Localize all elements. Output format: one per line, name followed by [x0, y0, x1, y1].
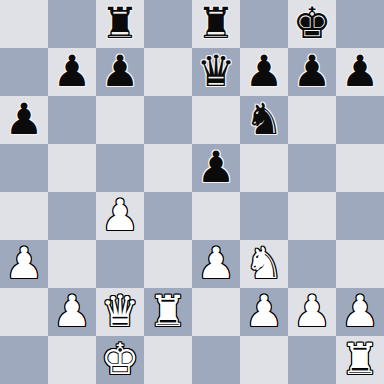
- black-pawn: ♟: [341, 48, 380, 95]
- square-f2[interactable]: ♟: [240, 288, 288, 336]
- square-d6[interactable]: [144, 96, 192, 144]
- white-king: ♚: [101, 336, 140, 383]
- white-rook: ♜: [341, 336, 380, 383]
- square-c8[interactable]: ♜: [96, 0, 144, 48]
- square-a8[interactable]: [0, 0, 48, 48]
- black-pawn: ♟: [5, 96, 44, 143]
- square-h6[interactable]: [336, 96, 384, 144]
- square-c1[interactable]: ♚: [96, 336, 144, 384]
- square-d2[interactable]: ♜: [144, 288, 192, 336]
- square-h8[interactable]: [336, 0, 384, 48]
- square-d3[interactable]: [144, 240, 192, 288]
- white-pawn: ♟: [341, 288, 380, 335]
- square-e3[interactable]: ♟: [192, 240, 240, 288]
- square-f3[interactable]: ♞: [240, 240, 288, 288]
- square-a6[interactable]: ♟: [0, 96, 48, 144]
- square-f4[interactable]: [240, 192, 288, 240]
- square-b5[interactable]: [48, 144, 96, 192]
- black-pawn: ♟: [53, 48, 92, 95]
- black-king: ♚: [293, 0, 332, 47]
- square-a3[interactable]: ♟: [0, 240, 48, 288]
- square-c4[interactable]: ♟: [96, 192, 144, 240]
- square-g2[interactable]: ♟: [288, 288, 336, 336]
- square-f8[interactable]: [240, 0, 288, 48]
- square-a4[interactable]: [0, 192, 48, 240]
- square-e2[interactable]: [192, 288, 240, 336]
- square-h1[interactable]: ♜: [336, 336, 384, 384]
- square-b1[interactable]: [48, 336, 96, 384]
- square-a2[interactable]: [0, 288, 48, 336]
- square-e4[interactable]: [192, 192, 240, 240]
- square-b4[interactable]: [48, 192, 96, 240]
- white-queen: ♛: [101, 288, 140, 335]
- square-c5[interactable]: [96, 144, 144, 192]
- square-g4[interactable]: [288, 192, 336, 240]
- square-d1[interactable]: [144, 336, 192, 384]
- square-d7[interactable]: [144, 48, 192, 96]
- square-c2[interactable]: ♛: [96, 288, 144, 336]
- square-a5[interactable]: [0, 144, 48, 192]
- white-pawn: ♟: [53, 288, 92, 335]
- square-g8[interactable]: ♚: [288, 0, 336, 48]
- square-c3[interactable]: [96, 240, 144, 288]
- square-b7[interactable]: ♟: [48, 48, 96, 96]
- white-pawn: ♟: [197, 240, 236, 287]
- square-e6[interactable]: [192, 96, 240, 144]
- white-rook: ♜: [149, 288, 188, 335]
- square-b2[interactable]: ♟: [48, 288, 96, 336]
- square-b3[interactable]: [48, 240, 96, 288]
- square-g7[interactable]: ♟: [288, 48, 336, 96]
- black-knight: ♞: [245, 96, 284, 143]
- square-e5[interactable]: ♟: [192, 144, 240, 192]
- square-c6[interactable]: [96, 96, 144, 144]
- square-f6[interactable]: ♞: [240, 96, 288, 144]
- square-g3[interactable]: [288, 240, 336, 288]
- square-h7[interactable]: ♟: [336, 48, 384, 96]
- black-pawn: ♟: [101, 48, 140, 95]
- square-g1[interactable]: [288, 336, 336, 384]
- white-pawn: ♟: [245, 288, 284, 335]
- square-f5[interactable]: [240, 144, 288, 192]
- square-e7[interactable]: ♛: [192, 48, 240, 96]
- square-g6[interactable]: [288, 96, 336, 144]
- square-d4[interactable]: [144, 192, 192, 240]
- square-e1[interactable]: [192, 336, 240, 384]
- square-e8[interactable]: ♜: [192, 0, 240, 48]
- white-knight: ♞: [245, 240, 284, 287]
- white-pawn: ♟: [5, 240, 44, 287]
- black-rook: ♜: [101, 0, 140, 47]
- black-queen: ♛: [197, 48, 236, 95]
- square-g5[interactable]: [288, 144, 336, 192]
- white-pawn: ♟: [293, 288, 332, 335]
- chess-board: ♜♜♚♟♟♛♟♟♟♟♞♟♟♟♟♞♟♛♜♟♟♟♚♜: [0, 0, 384, 384]
- square-h4[interactable]: [336, 192, 384, 240]
- black-pawn: ♟: [293, 48, 332, 95]
- square-f7[interactable]: ♟: [240, 48, 288, 96]
- square-h2[interactable]: ♟: [336, 288, 384, 336]
- square-d5[interactable]: [144, 144, 192, 192]
- square-h3[interactable]: [336, 240, 384, 288]
- black-pawn: ♟: [245, 48, 284, 95]
- black-rook: ♜: [197, 0, 236, 47]
- square-a7[interactable]: [0, 48, 48, 96]
- white-pawn: ♟: [101, 192, 140, 239]
- square-h5[interactable]: [336, 144, 384, 192]
- square-c7[interactable]: ♟: [96, 48, 144, 96]
- square-b8[interactable]: [48, 0, 96, 48]
- square-a1[interactable]: [0, 336, 48, 384]
- black-pawn: ♟: [197, 144, 236, 191]
- square-f1[interactable]: [240, 336, 288, 384]
- square-b6[interactable]: [48, 96, 96, 144]
- square-d8[interactable]: [144, 0, 192, 48]
